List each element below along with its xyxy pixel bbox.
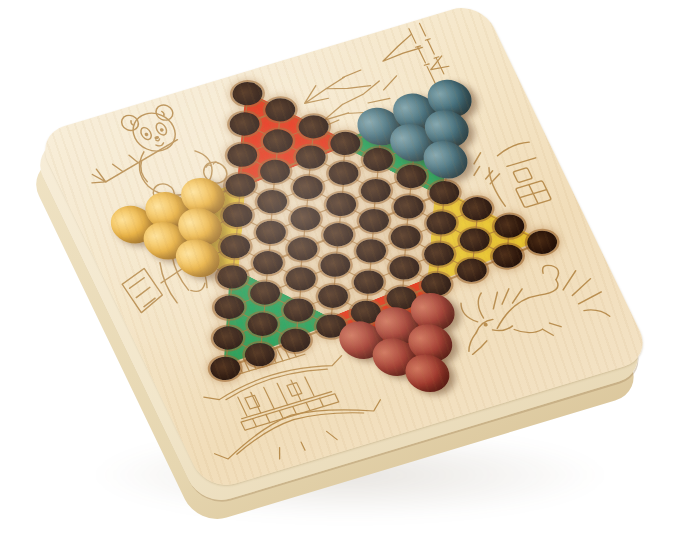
board-hole (280, 264, 320, 295)
board-hole (250, 217, 290, 248)
board-hole (248, 247, 288, 278)
board-hole (351, 236, 391, 267)
board-hole (356, 175, 396, 206)
board-hole (318, 219, 358, 250)
board-hole (313, 280, 353, 311)
wooden-box-lid (35, 1, 653, 492)
board-hole (316, 250, 356, 281)
board-hole (522, 227, 562, 258)
board-hole (353, 205, 393, 236)
board-hole (384, 252, 424, 283)
board-hole (285, 203, 325, 234)
board-hole (349, 266, 389, 297)
board-hole (283, 233, 323, 264)
product-photo-scene (0, 0, 700, 554)
board-hole (323, 158, 363, 189)
board-hole (386, 222, 426, 253)
board-hole (253, 186, 293, 217)
board-hole (321, 189, 361, 220)
board-hole (288, 172, 328, 203)
board-hole (389, 191, 429, 222)
